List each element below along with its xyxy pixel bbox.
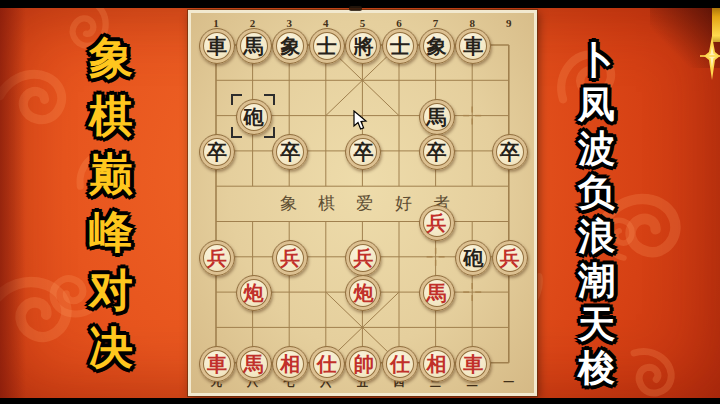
piece-black-車[interactable]: 車 (199, 28, 235, 64)
cropped-artifact (349, 6, 362, 11)
piece-red-相[interactable]: 相 (272, 346, 308, 382)
piece-red-兵[interactable]: 兵 (492, 240, 528, 276)
banner-character: 凤 (578, 86, 615, 123)
sparkle-star-icon (694, 36, 720, 80)
piece-black-象[interactable]: 象 (272, 28, 308, 64)
banner-character: 潮 (578, 262, 615, 299)
banner-character: 巅 (89, 152, 133, 196)
river-watermark-text: 好 (394, 192, 412, 216)
banner-character: 天 (578, 306, 615, 343)
piece-black-士[interactable]: 士 (309, 28, 345, 64)
piece-red-兵[interactable]: 兵 (272, 240, 308, 276)
banner-character: 决 (89, 326, 133, 370)
right-title-banner: 卜凤波负浪潮天梭 (578, 42, 615, 387)
left-title-banner: 象棋巅峰对决 (89, 36, 133, 370)
piece-black-卒[interactable]: 卒 (419, 134, 455, 170)
banner-character: 波 (578, 130, 615, 167)
mouse-cursor (353, 110, 368, 131)
piece-black-馬[interactable]: 馬 (236, 28, 272, 64)
banner-character: 浪 (578, 218, 615, 255)
letterbox-bottom (0, 398, 720, 404)
piece-red-車[interactable]: 車 (199, 346, 235, 382)
banner-character: 卜 (578, 42, 615, 79)
banner-character: 棋 (89, 94, 133, 138)
banner-character: 峰 (89, 210, 133, 254)
piece-black-車[interactable]: 車 (455, 28, 491, 64)
piece-red-馬[interactable]: 馬 (419, 275, 455, 311)
piece-black-砲[interactable]: 砲 (455, 240, 491, 276)
piece-black-士[interactable]: 士 (382, 28, 418, 64)
file-label-top: 9 (501, 17, 517, 29)
piece-black-象[interactable]: 象 (419, 28, 455, 64)
piece-red-炮[interactable]: 炮 (236, 275, 272, 311)
piece-red-兵[interactable]: 兵 (345, 240, 381, 276)
piece-black-卒[interactable]: 卒 (272, 134, 308, 170)
left-vignette (0, 8, 26, 398)
xiangqi-board[interactable]: 123456789九八七六五四三二一象棋爱好者車馬象士將士象車砲馬卒卒卒卒卒兵兵… (188, 10, 537, 396)
piece-black-砲[interactable]: 砲 (236, 99, 272, 135)
banner-character: 象 (89, 36, 133, 80)
banner-character: 对 (89, 268, 133, 312)
piece-black-卒[interactable]: 卒 (199, 134, 235, 170)
piece-black-卒[interactable]: 卒 (492, 134, 528, 170)
piece-red-相[interactable]: 相 (419, 346, 455, 382)
river-watermark-text: 象 (280, 192, 298, 216)
video-frame: 象棋巅峰对决 卜凤波负浪潮天梭 123456789九八七六五四三二一象棋爱好者車… (0, 0, 720, 404)
piece-red-車[interactable]: 車 (455, 346, 491, 382)
piece-red-帥[interactable]: 帥 (345, 346, 381, 382)
piece-red-兵[interactable]: 兵 (419, 205, 455, 241)
file-label-bottom: 一 (501, 375, 517, 390)
banner-character: 负 (578, 174, 615, 211)
banner-character: 梭 (578, 350, 615, 387)
piece-red-仕[interactable]: 仕 (309, 346, 345, 382)
piece-black-馬[interactable]: 馬 (419, 99, 455, 135)
river-watermark-text: 爱 (356, 192, 374, 216)
piece-red-仕[interactable]: 仕 (382, 346, 418, 382)
river-watermark-text: 棋 (318, 192, 336, 216)
piece-red-馬[interactable]: 馬 (236, 346, 272, 382)
piece-red-兵[interactable]: 兵 (199, 240, 235, 276)
